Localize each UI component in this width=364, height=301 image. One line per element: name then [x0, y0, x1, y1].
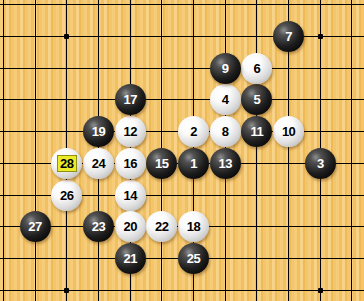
- star-point: [64, 34, 69, 39]
- grid-line-horizontal: [0, 290, 364, 291]
- move-number: 10: [282, 125, 295, 138]
- move-number: 14: [123, 189, 136, 202]
- move-number: 12: [123, 125, 136, 138]
- stone-black-11: 11: [241, 116, 272, 147]
- move-number: 25: [187, 252, 200, 265]
- move-number: 22: [155, 220, 168, 233]
- move-number: 17: [123, 93, 136, 106]
- go-board[interactable]: 1234567891011121314151617181920212223242…: [0, 0, 364, 301]
- stone-black-13: 13: [210, 148, 241, 179]
- grid-line-vertical: [351, 0, 352, 301]
- stone-white-24: 24: [83, 148, 114, 179]
- last-move-number-highlighted: 28: [57, 155, 76, 172]
- move-number: 24: [92, 157, 105, 170]
- stone-white-20: 20: [115, 211, 146, 242]
- move-number: 4: [222, 93, 229, 106]
- stone-black-27: 27: [20, 211, 51, 242]
- stone-white-2: 2: [178, 116, 209, 147]
- grid-line-horizontal: [0, 68, 364, 69]
- grid-line-vertical: [3, 0, 4, 301]
- move-number: 5: [254, 93, 261, 106]
- move-number: 8: [222, 125, 229, 138]
- move-number: 16: [123, 157, 136, 170]
- stone-black-17: 17: [115, 84, 146, 115]
- stone-white-6: 6: [241, 53, 272, 84]
- move-number: 13: [218, 157, 231, 170]
- stone-white-28: 28: [51, 148, 82, 179]
- move-number: 26: [60, 189, 73, 202]
- move-number: 9: [222, 62, 229, 75]
- stone-black-25: 25: [178, 243, 209, 274]
- stone-white-22: 22: [146, 211, 177, 242]
- move-number: 19: [92, 125, 105, 138]
- grid-line-horizontal: [0, 36, 364, 37]
- stone-white-14: 14: [115, 180, 146, 211]
- stone-black-1: 1: [178, 148, 209, 179]
- stone-black-9: 9: [210, 53, 241, 84]
- move-number: 27: [28, 220, 41, 233]
- stone-white-16: 16: [115, 148, 146, 179]
- stone-black-21: 21: [115, 243, 146, 274]
- grid-line-vertical: [35, 0, 36, 301]
- stone-black-3: 3: [305, 148, 336, 179]
- stone-white-18: 18: [178, 211, 209, 242]
- stone-white-10: 10: [273, 116, 304, 147]
- stone-black-23: 23: [83, 211, 114, 242]
- move-number: 2: [190, 125, 197, 138]
- move-number: 21: [123, 252, 136, 265]
- move-number: 18: [187, 220, 200, 233]
- move-number: 6: [254, 62, 261, 75]
- move-number: 20: [123, 220, 136, 233]
- move-number: 7: [285, 30, 292, 43]
- stone-black-15: 15: [146, 148, 177, 179]
- star-point: [318, 288, 323, 293]
- move-number: 1: [190, 157, 197, 170]
- star-point: [318, 34, 323, 39]
- stone-white-26: 26: [51, 180, 82, 211]
- grid-line-horizontal: [0, 4, 364, 5]
- stone-black-19: 19: [83, 116, 114, 147]
- stone-black-5: 5: [241, 84, 272, 115]
- move-number: 3: [317, 157, 324, 170]
- stone-white-4: 4: [210, 84, 241, 115]
- stone-white-12: 12: [115, 116, 146, 147]
- star-point: [64, 288, 69, 293]
- stone-black-7: 7: [273, 21, 304, 52]
- stone-white-8: 8: [210, 116, 241, 147]
- grid-line-vertical: [256, 0, 257, 301]
- grid-line-horizontal: [0, 99, 364, 100]
- move-number: 15: [155, 157, 168, 170]
- move-number: 23: [92, 220, 105, 233]
- move-number: 11: [251, 125, 264, 138]
